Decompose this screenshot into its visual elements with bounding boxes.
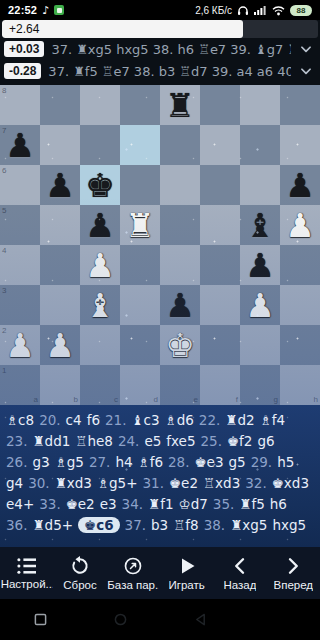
chess-board: 8♜7♟6♟♚♟5♟♜♝♟4♟♟3♝♟♟2♟♟♚1abcdefgh: [0, 85, 320, 405]
move-token[interactable]: ♚xd3: [272, 475, 309, 491]
home-circle-icon[interactable]: [114, 613, 127, 626]
black-pawn: ♟: [80, 205, 120, 245]
forward-icon: [284, 556, 302, 576]
black-pawn: ♟: [40, 165, 80, 205]
square-g6[interactable]: [240, 165, 280, 205]
move-token[interactable]: ♜dd1: [32, 433, 70, 449]
file-label-c: c: [114, 395, 118, 404]
rank-label-1: 1: [2, 366, 6, 375]
reset-button[interactable]: Сброс: [53, 547, 106, 599]
engine-line-2[interactable]: -0.28 37. ♜f5 ♖e7 38. b3 ♖d7 39. a4 a6 4…: [0, 60, 320, 82]
move-token[interactable]: 21.: [105, 412, 126, 428]
move-token[interactable]: ♚e2: [66, 496, 95, 512]
engine-line-2-eval: -0.28: [4, 63, 41, 79]
square-c4[interactable]: ♟: [80, 245, 120, 285]
move-token[interactable]: 23.: [6, 433, 27, 449]
square-g2[interactable]: [240, 325, 280, 365]
square-f6[interactable]: [200, 165, 240, 205]
square-h1[interactable]: h: [280, 365, 320, 405]
move-token[interactable]: ♖xd3: [203, 475, 240, 491]
square-b3[interactable]: [40, 285, 80, 325]
rank-label-6: 6: [2, 166, 6, 175]
move-list-line-5: e4+33.♚e2e334.♜f1♔d735.♜f5h6: [6, 494, 314, 515]
move-token[interactable]: 36.: [6, 517, 27, 533]
move-token[interactable]: 25.: [201, 433, 222, 449]
recents-square-icon[interactable]: [34, 613, 47, 626]
square-d3[interactable]: [120, 285, 160, 325]
square-a8[interactable]: 8: [0, 85, 40, 125]
square-a4[interactable]: 4: [0, 245, 40, 285]
move-token[interactable]: 38.: [204, 517, 225, 533]
square-e3[interactable]: ♟: [160, 285, 200, 325]
current-move[interactable]: ♚c6: [78, 517, 120, 533]
square-h8[interactable]: [280, 85, 320, 125]
back-label: Назад: [224, 579, 257, 591]
move-list-line-3: 26.g3♗g527.h4♗f628.♚e3g529.h5: [6, 452, 314, 473]
move-list-line-2: 23.♜dd1♖he824.e5fxe525.♚f2g6: [6, 431, 314, 452]
move-token[interactable]: h4: [115, 454, 132, 470]
rank-label-8: 8: [2, 86, 6, 95]
square-e4[interactable]: [160, 245, 200, 285]
square-f8[interactable]: [200, 85, 240, 125]
forward-label: Вперед: [274, 579, 314, 591]
black-pawn: ♟: [0, 125, 40, 165]
square-f5[interactable]: [200, 205, 240, 245]
black-pawn: ♟: [240, 245, 280, 285]
move-token[interactable]: ♚e2: [169, 475, 198, 491]
square-b5[interactable]: [40, 205, 80, 245]
square-e1[interactable]: e: [160, 365, 200, 405]
move-token[interactable]: h5: [277, 454, 294, 470]
android-nav-bar: [0, 599, 320, 640]
move-token[interactable]: ♗f4: [260, 412, 285, 428]
board-area: 8♜7♟6♟♚♟5♟♜♝♟4♟♟3♝♟♟2♟♟♚1abcdefgh: [0, 85, 320, 405]
back-icon: [231, 556, 249, 576]
status-bar: 22:52 ♪ 2,6 КБ/с 88: [0, 0, 320, 20]
back-move-button[interactable]: Назад: [213, 547, 266, 599]
file-label-f: f: [236, 395, 238, 404]
move-token[interactable]: 31.: [143, 475, 164, 491]
file-label-b: b: [74, 395, 78, 404]
square-f3[interactable]: [200, 285, 240, 325]
chevron-down-icon[interactable]: [298, 42, 314, 56]
white-pawn: ♟: [80, 245, 120, 285]
move-token[interactable]: 37.: [125, 517, 146, 533]
square-c1[interactable]: c: [80, 365, 120, 405]
move-token[interactable]: fxe5: [166, 433, 195, 449]
rank-label-2: 2: [2, 326, 6, 335]
rank-label-7: 7: [2, 126, 6, 135]
square-b1[interactable]: b: [40, 365, 80, 405]
move-token[interactable]: 27.: [89, 454, 110, 470]
engine-line-1-eval: +0.03: [4, 41, 44, 57]
battery-icon: 88: [290, 5, 312, 16]
square-g1[interactable]: g: [240, 365, 280, 405]
move-token[interactable]: ♜d2: [225, 412, 254, 428]
file-label-d: d: [154, 395, 158, 404]
move-token[interactable]: 33.: [39, 496, 60, 512]
square-h6[interactable]: ♟: [280, 165, 320, 205]
file-label-g: g: [274, 395, 278, 404]
move-token[interactable]: ♖f8: [173, 517, 198, 533]
move-token[interactable]: hxg5: [272, 517, 306, 533]
move-token[interactable]: 34.: [122, 496, 143, 512]
square-h2[interactable]: [280, 325, 320, 365]
back-triangle-icon[interactable]: [194, 613, 207, 626]
evaluation-bar: +2.64: [2, 20, 318, 38]
move-token[interactable]: 22.: [199, 412, 220, 428]
square-c8[interactable]: [80, 85, 120, 125]
move-token[interactable]: ♜f1: [148, 496, 173, 512]
move-token[interactable]: 29.: [251, 454, 272, 470]
square-d7[interactable]: [120, 125, 160, 165]
white-pawn: ♟: [0, 325, 40, 365]
square-g4[interactable]: ♟: [240, 245, 280, 285]
file-label-e: e: [194, 395, 198, 404]
square-e7[interactable]: [160, 125, 200, 165]
clock-time: 22:52: [8, 4, 37, 16]
square-b7[interactable]: [40, 125, 80, 165]
square-d5[interactable]: ♜: [120, 205, 160, 245]
square-f2[interactable]: [200, 325, 240, 365]
black-bishop: ♝: [240, 205, 280, 245]
rank-label-3: 3: [2, 286, 6, 295]
move-token[interactable]: e5: [144, 433, 161, 449]
engine-line-1[interactable]: +0.03 37. ♜xg5 hxg5 38. h6 ♖e7 39. ♝g7 ♖…: [0, 38, 320, 60]
square-b8[interactable]: [40, 85, 80, 125]
white-rook: ♜: [120, 205, 160, 245]
move-token[interactable]: f6: [87, 412, 100, 428]
play-icon: [177, 556, 197, 576]
wifi-icon: [272, 5, 285, 16]
move-token[interactable]: 24.: [118, 433, 139, 449]
rank-label-4: 4: [2, 246, 6, 255]
settings-label: Настрой...: [1, 578, 53, 590]
square-d8[interactable]: [120, 85, 160, 125]
white-pawn: ♟: [40, 325, 80, 365]
square-d2[interactable]: [120, 325, 160, 365]
database-button[interactable]: База пар...: [107, 547, 160, 599]
music-note-icon: ♪: [42, 5, 49, 16]
move-token[interactable]: ♗g5+: [97, 475, 138, 491]
settings-list-icon: [16, 557, 38, 575]
square-a1[interactable]: 1a: [0, 365, 40, 405]
move-token[interactable]: e3: [100, 496, 117, 512]
move-token[interactable]: ♚f2: [227, 433, 252, 449]
white-king: ♚: [160, 325, 200, 365]
black-pawn: ♟: [160, 285, 200, 325]
move-token[interactable]: ♜xg5: [230, 517, 267, 533]
reset-label: Сброс: [63, 579, 96, 591]
move-token[interactable]: ♜f5: [239, 496, 264, 512]
square-e8[interactable]: ♜: [160, 85, 200, 125]
forward-move-button[interactable]: Вперед: [267, 547, 320, 599]
square-d4[interactable]: [120, 245, 160, 285]
file-label-h: h: [314, 395, 318, 404]
square-e2[interactable]: ♚: [160, 325, 200, 365]
move-token[interactable]: ♖he8: [75, 433, 113, 449]
move-token[interactable]: 35.: [213, 496, 234, 512]
move-token[interactable]: ♝c3: [131, 412, 159, 428]
move-token[interactable]: 32.: [245, 475, 266, 491]
square-g7[interactable]: [240, 125, 280, 165]
square-a2[interactable]: 2♟: [0, 325, 40, 365]
move-list-line-4: g430.♜xd3♗g5+31.♚e2♖xd332.♚xd3: [6, 473, 314, 494]
reset-icon: [70, 556, 90, 576]
white-bishop: ♝: [80, 285, 120, 325]
square-a6[interactable]: 6: [0, 165, 40, 205]
engine-analysis-panel: +2.64 +0.03 37. ♜xg5 hxg5 38. h6 ♖e7 39.…: [0, 20, 320, 85]
square-d6[interactable]: [120, 165, 160, 205]
square-g3[interactable]: ♟: [240, 285, 280, 325]
move-token[interactable]: ♗f6: [138, 454, 163, 470]
square-f7[interactable]: [200, 125, 240, 165]
move-token[interactable]: 28.: [168, 454, 189, 470]
square-c5[interactable]: ♟: [80, 205, 120, 245]
square-f1[interactable]: f: [200, 365, 240, 405]
black-rook: ♜: [160, 85, 200, 125]
square-f4[interactable]: [200, 245, 240, 285]
play-button[interactable]: Играть: [160, 547, 213, 599]
move-list[interactable]: ♗c820.c4f621.♝c3♗d622.♜d2♗f423.♜dd1♖he82…: [0, 405, 320, 547]
black-king: ♚: [80, 165, 120, 205]
notification-app-icon: [54, 5, 64, 15]
square-h5[interactable]: ♟: [280, 205, 320, 245]
move-list-line-1: ♗c820.c4f621.♝c3♗d622.♜d2♗f4: [6, 410, 314, 431]
move-token[interactable]: ♔d7: [179, 496, 208, 512]
file-label-a: a: [34, 395, 38, 404]
white-pawn: ♟: [280, 205, 320, 245]
square-a3[interactable]: 3: [0, 285, 40, 325]
square-h7[interactable]: [280, 125, 320, 165]
chevron-down-icon[interactable]: [298, 64, 314, 78]
square-h4[interactable]: [280, 245, 320, 285]
database-label: База пар...: [107, 579, 159, 591]
move-token[interactable]: 30.: [28, 475, 49, 491]
move-token[interactable]: g3: [32, 454, 49, 470]
move-token[interactable]: ♚e3: [195, 454, 224, 470]
square-c2[interactable]: [80, 325, 120, 365]
square-c7[interactable]: [80, 125, 120, 165]
square-b6[interactable]: ♟: [40, 165, 80, 205]
move-token[interactable]: b3: [151, 517, 168, 533]
move-token[interactable]: e4+: [6, 496, 34, 512]
square-c6[interactable]: ♚: [80, 165, 120, 205]
square-d1[interactable]: d: [120, 365, 160, 405]
square-e6[interactable]: [160, 165, 200, 205]
move-token[interactable]: ♜d5+: [32, 517, 73, 533]
database-compass-icon: [123, 556, 143, 576]
settings-button[interactable]: Настрой...: [0, 547, 53, 599]
square-a7[interactable]: 7♟: [0, 125, 40, 165]
black-pawn: ♟: [280, 165, 320, 205]
move-token[interactable]: ♗d6: [165, 412, 194, 428]
move-token[interactable]: g5: [229, 454, 246, 470]
square-g8[interactable]: [240, 85, 280, 125]
headset-icon: [237, 5, 249, 16]
engine-line-1-moves: 37. ♜xg5 hxg5 38. h6 ♖e7 39. ♝g7 ♖e8: [51, 42, 291, 57]
white-pawn: ♟: [240, 285, 280, 325]
network-speed: 2,6 КБ/с: [195, 5, 232, 16]
move-list-line-6: 36.♜d5+♚c637.b3♖f838.♜xg5hxg5: [6, 515, 314, 536]
play-label: Играть: [169, 579, 205, 591]
square-b4[interactable]: [40, 245, 80, 285]
signal-bars-icon: [254, 5, 267, 16]
rank-label-5: 5: [2, 206, 6, 215]
move-token[interactable]: 20.: [39, 412, 60, 428]
square-b2[interactable]: ♟: [40, 325, 80, 365]
square-h3[interactable]: [280, 285, 320, 325]
move-token[interactable]: ♗c8: [6, 412, 34, 428]
bottom-toolbar: Настрой... Сброс База пар... Играть: [0, 547, 320, 599]
square-e5[interactable]: [160, 205, 200, 245]
square-g5[interactable]: ♝: [240, 205, 280, 245]
chess-analysis-app: 22:52 ♪ 2,6 КБ/с 88: [0, 0, 320, 640]
move-token[interactable]: ♗g5: [55, 454, 84, 470]
move-token[interactable]: g6: [257, 433, 274, 449]
move-token[interactable]: ♜xd3: [55, 475, 92, 491]
square-a5[interactable]: 5: [0, 205, 40, 245]
square-c3[interactable]: ♝: [80, 285, 120, 325]
move-token[interactable]: h6: [270, 496, 287, 512]
move-token[interactable]: 26.: [6, 454, 27, 470]
move-token[interactable]: g4: [6, 475, 23, 491]
move-token[interactable]: c4: [66, 412, 82, 428]
evaluation-value: +2.64: [2, 20, 243, 38]
engine-line-2-moves: 37. ♜f5 ♖e7 38. b3 ♖d7 39. a4 a6 40. ♜e5: [48, 64, 291, 79]
